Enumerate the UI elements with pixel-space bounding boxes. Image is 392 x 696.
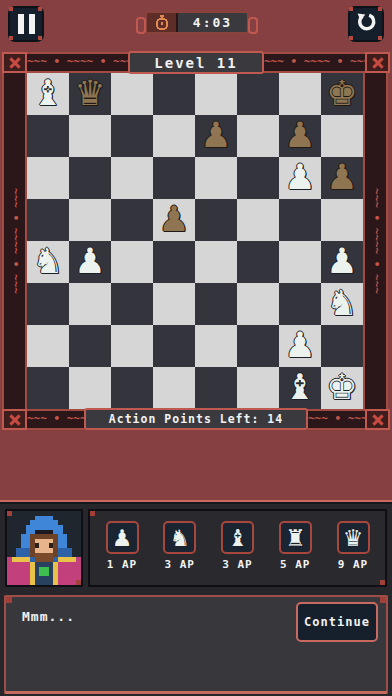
square-h3[interactable]: ♞ (321, 283, 363, 325)
square-c6[interactable] (111, 157, 153, 199)
board-frame: ~~~ • ~~~~ • ~~~ Level 11 ~~~ • ~~~~ • ~… (2, 52, 390, 430)
knight-icon: ♞ (169, 524, 190, 552)
square-f8[interactable] (237, 73, 279, 115)
square-h6[interactable]: ♟ (321, 157, 363, 199)
white-n-piece: ♞ (321, 283, 363, 324)
frame-corner-x-icon (2, 52, 27, 73)
black-q-piece: ♛ (69, 73, 111, 114)
square-c1[interactable] (111, 367, 153, 409)
queen-cost-label: 9 AP (338, 558, 369, 571)
square-e6[interactable] (195, 157, 237, 199)
white-b-piece: ♝ (279, 367, 321, 408)
frame-rail-right: ~~~ • ~~~~ • ~~~ (363, 73, 388, 409)
black-p-piece: ♟ (321, 157, 363, 198)
square-e2[interactable] (195, 325, 237, 367)
black-p-piece: ♟ (279, 115, 321, 156)
dialogue-panel: Mmm... Continue (4, 595, 388, 694)
timer-panel: 4:03 (145, 11, 249, 34)
frame-rail: ~~~ • ~~~~ • ~~~ (264, 52, 365, 73)
restart-button[interactable] (348, 6, 384, 42)
square-c7[interactable] (111, 115, 153, 157)
frame-rail-left: ~~~ • ~~~~ • ~~~ (2, 73, 27, 409)
pause-icon (18, 14, 35, 34)
black-p-piece: ♟ (153, 199, 195, 240)
square-f6[interactable] (237, 157, 279, 199)
square-d5[interactable]: ♟ (153, 199, 195, 241)
frame-corner-x-icon (2, 409, 27, 430)
timer-value: 4:03 (178, 13, 247, 32)
square-g2[interactable]: ♟ (279, 325, 321, 367)
square-d1[interactable] (153, 367, 195, 409)
square-f5[interactable] (237, 199, 279, 241)
square-g1[interactable]: ♝ (279, 367, 321, 409)
dialogue-text: Mmm... (22, 609, 75, 624)
buy-bishop-button[interactable]: ♝ (221, 521, 254, 554)
square-b7[interactable] (69, 115, 111, 157)
square-b6[interactable] (69, 157, 111, 199)
buy-knight-button[interactable]: ♞ (163, 521, 196, 554)
stopwatch-icon (147, 13, 178, 32)
black-k-piece: ♚ (321, 73, 363, 114)
square-c5[interactable] (111, 199, 153, 241)
square-c8[interactable] (111, 73, 153, 115)
piece-shop-tray: ♟1 AP♞3 AP♝3 AP♜5 AP♛9 AP (88, 509, 387, 587)
square-g6[interactable]: ♟ (279, 157, 321, 199)
restart-icon (354, 10, 378, 38)
square-e5[interactable] (195, 199, 237, 241)
square-c3[interactable] (111, 283, 153, 325)
frame-rail: ~~~ • ~~~~ • ~~~ (27, 52, 128, 73)
frame-top: ~~~ • ~~~~ • ~~~ Level 11 ~~~ • ~~~~ • ~… (2, 52, 390, 73)
square-b4[interactable]: ♟ (69, 241, 111, 283)
pause-button[interactable] (8, 6, 44, 42)
square-h4[interactable]: ♟ (321, 241, 363, 283)
square-g7[interactable]: ♟ (279, 115, 321, 157)
square-g8[interactable] (279, 73, 321, 115)
chess-board: ♝♛♚♟♟♟♟♟♞♟♟♞♟♝♚ (27, 73, 363, 409)
frame-corner-x-icon (365, 52, 390, 73)
square-a2[interactable] (27, 325, 69, 367)
frame-rail: ~~~ • ~~~~ • ~~~ (308, 409, 365, 430)
square-c4[interactable] (111, 241, 153, 283)
square-d6[interactable] (153, 157, 195, 199)
square-h5[interactable] (321, 199, 363, 241)
pawn-icon: ♟ (112, 524, 133, 552)
white-p-piece: ♟ (69, 241, 111, 282)
square-a5[interactable] (27, 199, 69, 241)
shop-item-knight: ♞3 AP (156, 521, 204, 585)
square-f1[interactable] (237, 367, 279, 409)
square-d8[interactable] (153, 73, 195, 115)
rook-icon: ♜ (285, 524, 306, 552)
square-c2[interactable] (111, 325, 153, 367)
square-d3[interactable] (153, 283, 195, 325)
frame-corner-x-icon (365, 409, 390, 430)
frame-bottom: ~~~ • ~~~~ • ~~~ Action Points Left: 14 … (2, 409, 390, 430)
player-portrait (5, 509, 83, 587)
level-banner: Level 11 (128, 51, 264, 74)
square-f7[interactable] (237, 115, 279, 157)
square-e3[interactable] (195, 283, 237, 325)
bishop-cost-label: 3 AP (222, 558, 253, 571)
white-n-piece: ♞ (27, 241, 69, 282)
square-g4[interactable] (279, 241, 321, 283)
square-g5[interactable] (279, 199, 321, 241)
white-p-piece: ♟ (279, 325, 321, 366)
square-h1[interactable]: ♚ (321, 367, 363, 409)
game-screen: { "game": "chess", "app": "pixel-art che… (0, 0, 392, 696)
square-d4[interactable] (153, 241, 195, 283)
shop-item-bishop: ♝3 AP (214, 521, 262, 585)
square-h2[interactable] (321, 325, 363, 367)
frame-rail: ~~~ • ~~~~ • ~~~ (27, 409, 84, 430)
square-b2[interactable] (69, 325, 111, 367)
white-b-piece: ♝ (27, 73, 69, 114)
shop-item-pawn: ♟1 AP (98, 521, 146, 585)
square-d7[interactable] (153, 115, 195, 157)
black-p-piece: ♟ (195, 115, 237, 156)
square-d2[interactable] (153, 325, 195, 367)
white-k-piece: ♚ (321, 367, 363, 408)
square-b3[interactable] (69, 283, 111, 325)
square-b8[interactable]: ♛ (69, 73, 111, 115)
square-f2[interactable] (237, 325, 279, 367)
bottom-hud: ♟1 AP♞3 AP♝3 AP♜5 AP♛9 AP Mmm... Continu… (0, 500, 392, 696)
continue-button[interactable]: Continue (296, 602, 378, 642)
square-h8[interactable]: ♚ (321, 73, 363, 115)
square-f4[interactable] (237, 241, 279, 283)
pawn-cost-label: 1 AP (107, 558, 138, 571)
square-a4[interactable]: ♞ (27, 241, 69, 283)
bishop-icon: ♝ (227, 524, 248, 552)
buy-queen-button[interactable]: ♛ (337, 521, 370, 554)
square-g3[interactable] (279, 283, 321, 325)
square-e7[interactable]: ♟ (195, 115, 237, 157)
shop-item-rook: ♜5 AP (271, 521, 319, 585)
knight-cost-label: 3 AP (165, 558, 196, 571)
square-e8[interactable] (195, 73, 237, 115)
square-b1[interactable] (69, 367, 111, 409)
shop-item-queen: ♛9 AP (329, 521, 377, 585)
square-f3[interactable] (237, 283, 279, 325)
square-h7[interactable] (321, 115, 363, 157)
rook-cost-label: 5 AP (280, 558, 311, 571)
square-a1[interactable] (27, 367, 69, 409)
square-a3[interactable] (27, 283, 69, 325)
buy-pawn-button[interactable]: ♟ (106, 521, 139, 554)
square-a7[interactable] (27, 115, 69, 157)
square-b5[interactable] (69, 199, 111, 241)
square-a6[interactable] (27, 157, 69, 199)
action-points-banner: Action Points Left: 14 (84, 408, 308, 430)
square-e4[interactable] (195, 241, 237, 283)
square-e1[interactable] (195, 367, 237, 409)
queen-icon: ♛ (343, 524, 364, 552)
white-p-piece: ♟ (279, 157, 321, 198)
white-p-piece: ♟ (321, 241, 363, 282)
square-a8[interactable]: ♝ (27, 73, 69, 115)
buy-rook-button[interactable]: ♜ (279, 521, 312, 554)
